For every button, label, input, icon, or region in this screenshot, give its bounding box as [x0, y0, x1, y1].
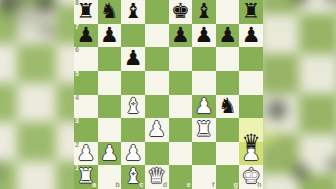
square-e2[interactable]	[169, 142, 193, 166]
piece-white-bishop-c4[interactable]: ♝	[121, 95, 145, 119]
piece-white-bishop-c1[interactable]: ♝	[121, 165, 145, 189]
square-g5[interactable]	[216, 71, 240, 95]
square-g3[interactable]	[216, 118, 240, 142]
square-d5[interactable]	[145, 71, 169, 95]
piece-white-queen-d1[interactable]: ♛	[145, 165, 169, 189]
file-label-e: e	[187, 181, 191, 189]
square-d4[interactable]	[145, 95, 169, 119]
piece-black-pawn-h7[interactable]: ♟	[239, 24, 263, 48]
blurred-board-reflection-right	[263, 0, 336, 189]
square-b6[interactable]	[98, 47, 122, 71]
square-f6[interactable]	[192, 47, 216, 71]
rank-label-6: 6	[75, 46, 79, 54]
square-d2[interactable]	[145, 142, 169, 166]
piece-white-pawn-b2[interactable]: ♟	[98, 142, 122, 166]
square-e4[interactable]	[169, 95, 193, 119]
file-label-g: g	[234, 181, 238, 189]
square-c5[interactable]	[121, 71, 145, 95]
square-e3[interactable]	[169, 118, 193, 142]
chess-board: 87654321abcdefgh ♜♞♝♚♝♜♟♟♟♟♟♟♟♝♟♞♟♜♟♟♟♟♜…	[74, 0, 263, 189]
rank-label-4: 4	[75, 94, 79, 102]
piece-black-rook-a8[interactable]: ♜	[74, 0, 98, 24]
piece-black-pawn-a7[interactable]: ♟	[74, 24, 98, 48]
square-a6[interactable]: 6	[74, 47, 98, 71]
square-e6[interactable]	[169, 47, 193, 71]
square-g2[interactable]	[216, 142, 240, 166]
square-g8[interactable]	[216, 0, 240, 24]
square-g1[interactable]: g	[216, 165, 240, 189]
piece-white-pawn-c2[interactable]: ♟	[121, 142, 145, 166]
piece-black-pawn-b7[interactable]: ♟	[98, 24, 122, 48]
piece-black-bishop-f8[interactable]: ♝	[192, 0, 216, 24]
square-c7[interactable]	[121, 24, 145, 48]
square-h6[interactable]	[239, 47, 263, 71]
square-e1[interactable]: e	[169, 165, 193, 189]
blurred-background-right	[263, 0, 336, 189]
square-d7[interactable]	[145, 24, 169, 48]
square-d6[interactable]	[145, 47, 169, 71]
piece-white-pawn-a2[interactable]: ♟	[74, 142, 98, 166]
piece-black-queen-h3[interactable]: ♛	[239, 131, 263, 155]
square-g6[interactable]	[216, 47, 240, 71]
square-a3[interactable]: 3	[74, 118, 98, 142]
square-f1[interactable]: f	[192, 165, 216, 189]
square-b5[interactable]	[98, 71, 122, 95]
square-b4[interactable]	[98, 95, 122, 119]
square-b1[interactable]: b	[98, 165, 122, 189]
square-a5[interactable]: 5	[74, 71, 98, 95]
piece-black-king-e8[interactable]: ♚	[169, 0, 193, 24]
square-b3[interactable]	[98, 118, 122, 142]
square-h4[interactable]	[239, 95, 263, 119]
piece-white-rook-f3[interactable]: ♜	[192, 118, 216, 142]
piece-black-pawn-f7[interactable]: ♟	[192, 24, 216, 48]
blurred-background-left	[0, 0, 74, 189]
rank-label-3: 3	[75, 117, 79, 125]
square-c3[interactable]	[121, 118, 145, 142]
piece-black-pawn-c6[interactable]: ♟	[121, 47, 145, 71]
piece-black-knight-g4[interactable]: ♞	[216, 95, 240, 119]
square-e5[interactable]	[169, 71, 193, 95]
thumbnail-canvas: 87654321abcdefgh ♜♞♝♚♝♜♟♟♟♟♟♟♟♝♟♞♟♜♟♟♟♟♜…	[0, 0, 336, 189]
piece-black-pawn-e7[interactable]: ♟	[169, 24, 193, 48]
piece-white-pawn-d3[interactable]: ♟	[145, 118, 169, 142]
file-label-b: b	[115, 181, 119, 189]
piece-black-knight-b8[interactable]: ♞	[98, 0, 122, 24]
piece-black-bishop-c8[interactable]: ♝	[121, 0, 145, 24]
square-f2[interactable]	[192, 142, 216, 166]
piece-white-pawn-f4[interactable]: ♟	[192, 95, 216, 119]
piece-white-king-h1[interactable]: ♚	[239, 165, 263, 189]
square-a4[interactable]: 4	[74, 95, 98, 119]
file-label-f: f	[212, 181, 214, 189]
blurred-board-reflection-left	[0, 0, 74, 189]
square-f5[interactable]	[192, 71, 216, 95]
piece-white-rook-a1[interactable]: ♜	[74, 165, 98, 189]
square-d8[interactable]	[145, 0, 169, 24]
piece-black-rook-h8[interactable]: ♜	[239, 0, 263, 24]
square-h5[interactable]	[239, 71, 263, 95]
rank-label-5: 5	[75, 70, 79, 78]
piece-black-pawn-g7[interactable]: ♟	[216, 24, 240, 48]
